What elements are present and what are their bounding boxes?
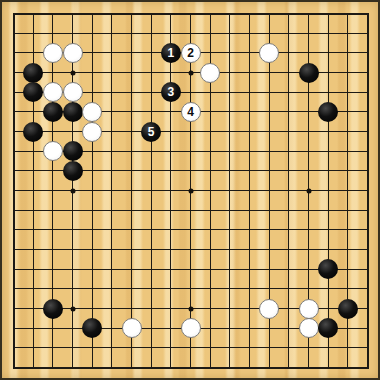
black-stone[interactable] [43, 102, 63, 122]
black-stone[interactable] [63, 161, 83, 181]
move-number: 3 [167, 86, 174, 98]
star-point [188, 70, 193, 75]
white-stone[interactable] [259, 299, 279, 319]
white-stone[interactable] [200, 63, 220, 83]
white-stone[interactable] [122, 318, 142, 338]
black-stone[interactable] [23, 122, 43, 142]
board-grid: 12345 [2, 2, 378, 378]
black-stone[interactable] [318, 318, 338, 338]
star-point [188, 188, 193, 193]
move-number: 4 [187, 106, 194, 118]
grid-line-horizontal [13, 249, 369, 250]
black-stone[interactable] [299, 63, 319, 83]
move-number: 5 [148, 126, 155, 138]
white-stone[interactable] [43, 43, 63, 63]
white-stone[interactable] [299, 318, 319, 338]
black-stone[interactable]: 3 [161, 82, 181, 102]
white-stone[interactable] [181, 318, 201, 338]
white-stone[interactable] [82, 122, 102, 142]
grid-line-vertical [288, 13, 289, 369]
move-number: 2 [187, 47, 194, 59]
star-point [188, 306, 193, 311]
grid-line-vertical [249, 13, 250, 369]
grid-line-horizontal [13, 229, 369, 230]
white-stone[interactable] [63, 43, 83, 63]
black-stone[interactable] [338, 299, 358, 319]
go-board[interactable]: 12345 [0, 0, 380, 380]
black-stone[interactable] [23, 82, 43, 102]
star-point [306, 188, 311, 193]
star-point [70, 306, 75, 311]
black-stone[interactable] [63, 141, 83, 161]
white-stone[interactable]: 4 [181, 102, 201, 122]
grid-line-vertical [367, 13, 369, 369]
black-stone[interactable] [82, 318, 102, 338]
black-stone[interactable] [63, 102, 83, 122]
white-stone[interactable] [43, 82, 63, 102]
star-point [70, 70, 75, 75]
black-stone[interactable]: 1 [161, 43, 181, 63]
black-stone[interactable]: 5 [141, 122, 161, 142]
white-stone[interactable] [43, 141, 63, 161]
grid-line-vertical [328, 13, 329, 369]
star-point [70, 188, 75, 193]
grid-line-horizontal [13, 288, 369, 289]
grid-line-vertical [229, 13, 230, 369]
grid-line-horizontal [13, 210, 369, 211]
grid-line-horizontal [13, 367, 369, 369]
black-stone[interactable] [318, 259, 338, 279]
grid-line-horizontal [13, 269, 369, 270]
black-stone[interactable] [318, 102, 338, 122]
white-stone[interactable] [82, 102, 102, 122]
white-stone[interactable] [63, 82, 83, 102]
black-stone[interactable] [23, 63, 43, 83]
move-number: 1 [167, 47, 174, 59]
white-stone[interactable] [299, 299, 319, 319]
white-stone[interactable] [259, 43, 279, 63]
grid-line-horizontal [13, 347, 369, 348]
black-stone[interactable] [43, 299, 63, 319]
white-stone[interactable]: 2 [181, 43, 201, 63]
